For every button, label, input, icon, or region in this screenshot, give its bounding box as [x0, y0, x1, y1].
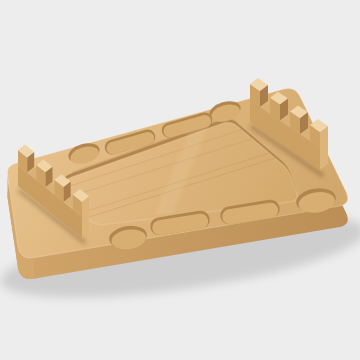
product-photo: Light wooden rectangular tray with a lar…: [0, 0, 360, 360]
tray-illustration: [0, 0, 360, 360]
